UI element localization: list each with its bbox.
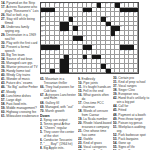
down-clues-right-column: 30. Certain pro31. Kind of prep school37… bbox=[113, 76, 150, 150]
cell-number: 21 bbox=[88, 12, 90, 14]
cell-number: 53 bbox=[88, 50, 90, 52]
cell-number: 49 bbox=[41, 50, 43, 52]
cell-number: 52 bbox=[55, 50, 57, 52]
cell-number: 4 bbox=[64, 3, 65, 5]
cell-number: 47 bbox=[60, 45, 62, 47]
clue-item: 67. Actresses Lanchester and Holm bbox=[40, 93, 77, 101]
clue-item: 42. Hand that's unlikely to win a big po… bbox=[113, 96, 150, 104]
cell-number: 50 bbox=[46, 50, 48, 52]
cell-number: 61 bbox=[69, 59, 71, 61]
clue-item: 20. Rhode Island-based insurance company bbox=[78, 121, 112, 129]
cell-number: 58 bbox=[69, 54, 71, 56]
clue-item: 56. Singer Sumac bbox=[113, 149, 150, 150]
cell-number: 37 bbox=[41, 31, 43, 33]
cell-number: 26 bbox=[41, 17, 43, 19]
cell-number: 5 bbox=[69, 3, 70, 5]
clue-item: 17. Actress Suzanne who plays "Roseanne'… bbox=[1, 5, 39, 13]
cell-number: 66 bbox=[69, 64, 71, 66]
cell-number: 8 bbox=[92, 3, 93, 5]
cell-number: 62 bbox=[83, 59, 85, 61]
cell-number: 17 bbox=[41, 12, 43, 14]
clue-number: 25. bbox=[78, 149, 83, 150]
cell-number: 16 bbox=[115, 7, 117, 9]
cell-number: 20 bbox=[83, 12, 85, 14]
crossword-page: 1234567891011121314151617181920212223242… bbox=[0, 0, 150, 150]
cell-number: 22 bbox=[120, 12, 122, 14]
cell-number: 11 bbox=[111, 3, 113, 5]
clue-item: 25. Singer Tennille bbox=[78, 149, 112, 150]
grid-cell[interactable] bbox=[134, 69, 139, 74]
cell-number: 33 bbox=[41, 26, 43, 28]
cell-number: 39 bbox=[64, 31, 66, 33]
cell-number: 27 bbox=[74, 17, 76, 19]
clue-number: 65. bbox=[40, 77, 45, 81]
clue-item: 46. "So Big" author Ferber bbox=[1, 85, 39, 89]
clue-number: 20. bbox=[78, 121, 83, 125]
clue-number: 51. bbox=[113, 125, 118, 129]
clue-number: 16. bbox=[78, 93, 83, 97]
cell-number: 12 bbox=[120, 3, 122, 5]
clue-number: 18. bbox=[78, 109, 83, 113]
cell-number: 51 bbox=[50, 50, 52, 52]
cell-number: 48 bbox=[92, 45, 94, 47]
clue-item: 32. Present a formal speech bbox=[1, 45, 39, 53]
clue-number: 32. bbox=[1, 45, 6, 49]
cell-number: 34 bbox=[78, 26, 80, 28]
cell-number: 67 bbox=[106, 64, 108, 66]
cell-number: 3 bbox=[60, 3, 61, 5]
clue-item: 65. Mountain in a Trevanian thriller bbox=[40, 77, 77, 85]
cell-number: 57 bbox=[41, 54, 43, 56]
clue-item: 66. They had passes for Cub fans bbox=[40, 85, 77, 93]
cell-number: 64 bbox=[97, 59, 99, 61]
cell-number: 32 bbox=[111, 21, 113, 23]
cell-number: 30 bbox=[69, 21, 71, 23]
clue-item: 28. Undersea family spying org. bbox=[1, 25, 39, 33]
cell-number: 2 bbox=[55, 3, 56, 5]
cell-number: 38 bbox=[60, 31, 62, 33]
cell-number: 9 bbox=[102, 3, 103, 5]
cell-number: 1 bbox=[41, 3, 42, 5]
down-section-header: Down bbox=[40, 114, 77, 118]
cell-number: 54 bbox=[120, 50, 122, 52]
cell-number: 65 bbox=[41, 64, 43, 66]
cell-number: 35 bbox=[106, 26, 108, 28]
cell-number: 7 bbox=[78, 3, 79, 5]
clue-item: 16. What guests often do bbox=[78, 93, 112, 101]
clue-number: 70. bbox=[40, 109, 45, 113]
clue-item: 29. Destination in a 1969 soul hit bbox=[1, 33, 39, 41]
cell-number: 44 bbox=[41, 40, 43, 42]
cell-number: 70 bbox=[111, 68, 113, 70]
cell-number: 36 bbox=[120, 26, 122, 28]
clue-number: 42. bbox=[113, 96, 118, 100]
cell-number: 42 bbox=[83, 36, 85, 38]
clue-item: 51. Workplace-auditing org. bbox=[113, 125, 150, 133]
cell-number: 46 bbox=[78, 40, 80, 42]
cell-number: 41 bbox=[41, 36, 43, 38]
clue-number: 21. bbox=[78, 129, 83, 133]
down-clues-column-b: 9. Endlessly10. Pipe joints11. It's foug… bbox=[78, 77, 112, 150]
cell-number: 18 bbox=[46, 12, 48, 14]
across-clues-left-column: 14. Pyramid on the Strip17. Actress Suza… bbox=[1, 1, 39, 149]
cell-number: 23 bbox=[125, 12, 127, 14]
clue-number: 66. bbox=[40, 85, 45, 89]
cell-number: 68 bbox=[41, 68, 43, 70]
cell-number: 40 bbox=[115, 31, 117, 33]
clue-item: 61. Milwaukee exuberance bbox=[1, 114, 39, 118]
clue-number: 67. bbox=[40, 93, 45, 97]
cell-number: 43 bbox=[111, 36, 113, 38]
clue-number: 27. bbox=[1, 17, 6, 21]
clue-item: 27. Stay still while being filmed bbox=[1, 17, 39, 25]
clue-number: 8. bbox=[40, 146, 44, 150]
cell-number: 63 bbox=[92, 59, 94, 61]
crossword-grid: 1234567891011121314151617181920212223242… bbox=[40, 2, 139, 74]
cell-number: 10 bbox=[106, 3, 108, 5]
cell-number: 24 bbox=[129, 12, 131, 14]
clue-item: 70. Marsh growth bbox=[40, 109, 77, 113]
cell-number: 19 bbox=[50, 12, 52, 14]
cell-number: 60 bbox=[41, 59, 43, 61]
clue-number: 61. bbox=[1, 114, 6, 118]
clue-item: 18. Words of censure from Caesar bbox=[78, 109, 112, 117]
clue-item: 31. Kind of prep school bbox=[113, 80, 150, 84]
clue-item: 5. They cover the center of the shirt bbox=[40, 130, 77, 138]
cell-number: 55 bbox=[125, 50, 127, 52]
cell-number: 15 bbox=[97, 7, 99, 9]
clues-under-grid-column-a: 65. Mountain in a Trevanian thriller66. … bbox=[40, 77, 77, 150]
clue-item: 17. One-time FCC chairman bbox=[78, 101, 112, 109]
clue-number: 56. bbox=[113, 149, 118, 150]
cell-number: 29 bbox=[41, 21, 43, 23]
cell-number: 31 bbox=[102, 21, 104, 23]
clue-number: 5. bbox=[40, 130, 44, 134]
clue-number: 17. bbox=[78, 101, 83, 105]
cell-number: 25 bbox=[134, 12, 136, 14]
clue-item: 21. One whose time has come bbox=[78, 129, 112, 137]
clue-number: 17. bbox=[1, 5, 6, 9]
cell-number: 45 bbox=[74, 40, 76, 42]
cell-number: 69 bbox=[69, 68, 71, 70]
clue-item: 8. Big Apple inits. bbox=[40, 146, 77, 150]
cell-number: 6 bbox=[74, 3, 75, 5]
cell-number: 14 bbox=[92, 7, 94, 9]
cell-number: 13 bbox=[55, 7, 57, 9]
clue-number: 28. bbox=[1, 25, 6, 29]
cell-number: 56 bbox=[129, 50, 131, 52]
clue-number: 29. bbox=[1, 33, 6, 37]
cell-number: 28 bbox=[106, 17, 108, 19]
cell-number: 59 bbox=[102, 54, 104, 56]
